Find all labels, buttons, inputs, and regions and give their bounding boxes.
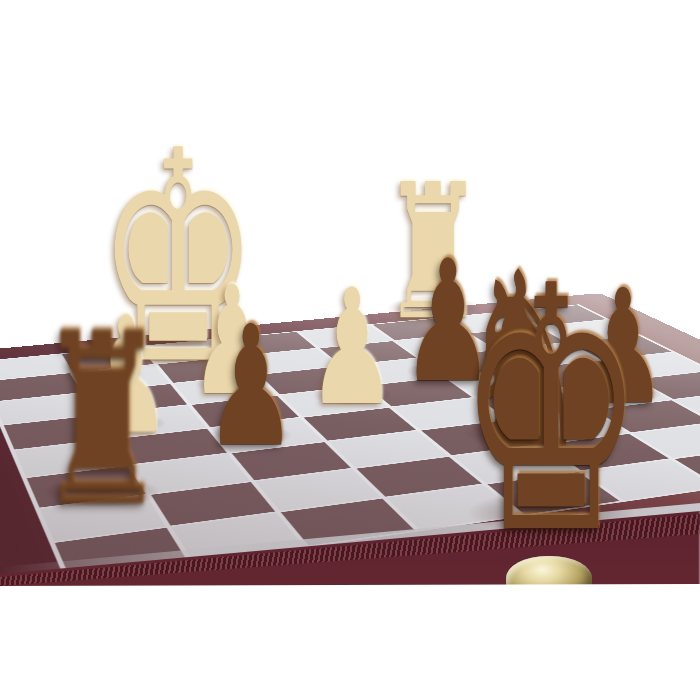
piece-black-pawn-1: ♟ (205, 304, 297, 470)
piece-white-pawn-3: ♟ (308, 268, 397, 428)
chess-box-photo: ♚♜♟♟♟♜♟♟♞♚♟ (0, 0, 700, 700)
piece-black-king: ♚ (457, 242, 645, 580)
piece-black-rook: ♜ (36, 302, 168, 540)
